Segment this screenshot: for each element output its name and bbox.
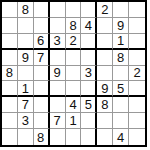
sudoku-cell-r8c4[interactable]: 7 bbox=[50, 113, 66, 129]
sudoku-cell-r5c6[interactable]: 3 bbox=[81, 66, 97, 82]
sudoku-board: 8284963219788932195745837184 bbox=[0, 0, 147, 147]
sudoku-cell-r1c8[interactable] bbox=[113, 2, 129, 18]
sudoku-cell-r7c7[interactable]: 8 bbox=[97, 97, 113, 113]
sudoku-cell-r1c9[interactable] bbox=[129, 2, 145, 18]
sudoku-cell-r6c1[interactable] bbox=[2, 81, 18, 97]
sudoku-cell-r9c5[interactable] bbox=[66, 129, 82, 145]
sudoku-cell-r6c6[interactable] bbox=[81, 81, 97, 97]
sudoku-cell-r4c8[interactable]: 8 bbox=[113, 50, 129, 66]
sudoku-cell-r6c5[interactable] bbox=[66, 81, 82, 97]
sudoku-cell-r6c2[interactable]: 1 bbox=[18, 81, 34, 97]
sudoku-cell-r1c4[interactable] bbox=[50, 2, 66, 18]
sudoku-cell-r4c5[interactable] bbox=[66, 50, 82, 66]
sudoku-cell-r5c3[interactable] bbox=[34, 66, 50, 82]
sudoku-cell-r2c4[interactable] bbox=[50, 18, 66, 34]
sudoku-cell-r9c7[interactable] bbox=[97, 129, 113, 145]
sudoku-cell-r1c2[interactable]: 8 bbox=[18, 2, 34, 18]
sudoku-cell-r6c3[interactable] bbox=[34, 81, 50, 97]
sudoku-cell-r8c3[interactable] bbox=[34, 113, 50, 129]
sudoku-cell-r9c9[interactable] bbox=[129, 129, 145, 145]
sudoku-cell-r1c3[interactable] bbox=[34, 2, 50, 18]
sudoku-cell-r9c6[interactable] bbox=[81, 129, 97, 145]
sudoku-cell-r9c3[interactable]: 8 bbox=[34, 129, 50, 145]
sudoku-cell-r3c5[interactable]: 2 bbox=[66, 34, 82, 50]
sudoku-cell-r5c1[interactable]: 8 bbox=[2, 66, 18, 82]
sudoku-cell-r9c4[interactable] bbox=[50, 129, 66, 145]
sudoku-cell-r4c4[interactable] bbox=[50, 50, 66, 66]
sudoku-cell-r2c1[interactable] bbox=[2, 18, 18, 34]
sudoku-cell-r6c8[interactable]: 5 bbox=[113, 81, 129, 97]
sudoku-cell-r8c5[interactable]: 1 bbox=[66, 113, 82, 129]
sudoku-cell-r3c2[interactable] bbox=[18, 34, 34, 50]
sudoku-cell-r7c6[interactable]: 5 bbox=[81, 97, 97, 113]
sudoku-cell-r2c9[interactable] bbox=[129, 18, 145, 34]
sudoku-cell-r3c4[interactable]: 3 bbox=[50, 34, 66, 50]
sudoku-cell-r5c4[interactable]: 9 bbox=[50, 66, 66, 82]
sudoku-cell-r5c2[interactable] bbox=[18, 66, 34, 82]
sudoku-cell-r3c7[interactable] bbox=[97, 34, 113, 50]
sudoku-cell-r9c1[interactable] bbox=[2, 129, 18, 145]
sudoku-cell-r2c8[interactable]: 9 bbox=[113, 18, 129, 34]
sudoku-cell-r8c7[interactable] bbox=[97, 113, 113, 129]
sudoku-cell-r8c1[interactable] bbox=[2, 113, 18, 129]
sudoku-cell-r2c2[interactable] bbox=[18, 18, 34, 34]
sudoku-cell-r4c6[interactable] bbox=[81, 50, 97, 66]
sudoku-cell-r4c3[interactable]: 7 bbox=[34, 50, 50, 66]
sudoku-cell-r8c6[interactable] bbox=[81, 113, 97, 129]
sudoku-cell-r6c7[interactable]: 9 bbox=[97, 81, 113, 97]
sudoku-cell-r4c9[interactable] bbox=[129, 50, 145, 66]
sudoku-cell-r6c9[interactable] bbox=[129, 81, 145, 97]
sudoku-cell-r3c9[interactable] bbox=[129, 34, 145, 50]
sudoku-cell-r2c7[interactable] bbox=[97, 18, 113, 34]
sudoku-cell-r9c8[interactable]: 4 bbox=[113, 129, 129, 145]
sudoku-cell-r3c3[interactable]: 6 bbox=[34, 34, 50, 50]
sudoku-cell-r4c2[interactable]: 9 bbox=[18, 50, 34, 66]
sudoku-cell-r1c7[interactable]: 2 bbox=[97, 2, 113, 18]
sudoku-cell-r9c2[interactable] bbox=[18, 129, 34, 145]
sudoku-cell-r8c8[interactable] bbox=[113, 113, 129, 129]
sudoku-cell-r7c3[interactable] bbox=[34, 97, 50, 113]
sudoku-cell-r7c1[interactable] bbox=[2, 97, 18, 113]
sudoku-cell-r4c1[interactable] bbox=[2, 50, 18, 66]
sudoku-cell-r4c7[interactable] bbox=[97, 50, 113, 66]
sudoku-cell-r3c6[interactable] bbox=[81, 34, 97, 50]
sudoku-cell-r2c3[interactable] bbox=[34, 18, 50, 34]
sudoku-cell-r7c4[interactable] bbox=[50, 97, 66, 113]
sudoku-cell-r7c2[interactable]: 7 bbox=[18, 97, 34, 113]
sudoku-cell-r5c8[interactable] bbox=[113, 66, 129, 82]
sudoku-cell-r8c9[interactable] bbox=[129, 113, 145, 129]
sudoku-cell-r7c5[interactable]: 4 bbox=[66, 97, 82, 113]
sudoku-cell-r2c6[interactable]: 4 bbox=[81, 18, 97, 34]
sudoku-cell-r3c8[interactable]: 1 bbox=[113, 34, 129, 50]
sudoku-cell-r3c1[interactable] bbox=[2, 34, 18, 50]
sudoku-cell-r7c9[interactable] bbox=[129, 97, 145, 113]
sudoku-cell-r2c5[interactable]: 8 bbox=[66, 18, 82, 34]
sudoku-cell-r7c8[interactable] bbox=[113, 97, 129, 113]
sudoku-cell-r8c2[interactable]: 3 bbox=[18, 113, 34, 129]
sudoku-cell-r6c4[interactable] bbox=[50, 81, 66, 97]
sudoku-cell-r1c5[interactable] bbox=[66, 2, 82, 18]
sudoku-cell-r5c9[interactable]: 2 bbox=[129, 66, 145, 82]
sudoku-cell-r5c5[interactable] bbox=[66, 66, 82, 82]
sudoku-cell-r1c6[interactable] bbox=[81, 2, 97, 18]
sudoku-cell-r5c7[interactable] bbox=[97, 66, 113, 82]
sudoku-cell-r1c1[interactable] bbox=[2, 2, 18, 18]
